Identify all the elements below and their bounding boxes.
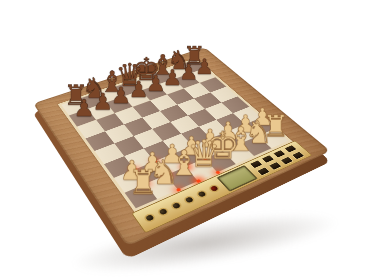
panel-round-button-4[interactable] (182, 195, 196, 205)
panel-round-button-6[interactable] (207, 184, 221, 194)
panel-grid-button-7[interactable] (280, 156, 294, 165)
piece-white-rook-a1[interactable]: ♜ (121, 165, 165, 198)
panel-grid-button-5[interactable] (256, 167, 270, 176)
panel-grid-button-8[interactable] (291, 151, 305, 160)
panel-round-button-5[interactable] (195, 189, 209, 199)
chessboard-grid: ♜♞♝♛♚♝♞♜♟♟♟♟♟♟♟♟♟♟♟♟♟♟♟♟♜♞♝♛♚♝♞♜ (61, 60, 288, 209)
photo-canvas: ♜♞♝♛♚♝♞♜♟♟♟♟♟♟♟♟♟♟♟♟♟♟♟♟♜♞♝♛♚♝♞♜ (0, 0, 369, 279)
panel-round-button-2[interactable] (156, 206, 170, 217)
panel-grid-button-1[interactable] (249, 160, 263, 169)
panel-grid-button-6[interactable] (268, 161, 282, 170)
panel-round-button-3[interactable] (169, 200, 183, 211)
panel-grid-button-2[interactable] (261, 155, 275, 164)
piece-black-pawn-a7[interactable]: ♟ (65, 96, 103, 119)
panel-round-button-1[interactable] (143, 212, 157, 223)
